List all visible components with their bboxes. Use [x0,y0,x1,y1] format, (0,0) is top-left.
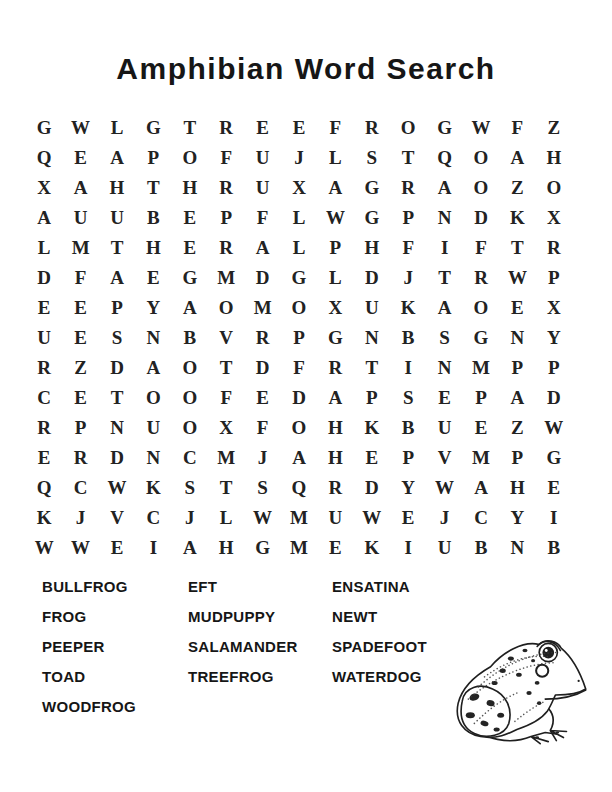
frog-nostril [578,680,580,682]
grid-cell-r4c15[interactable]: X [536,203,572,233]
grid-cell-r5c5[interactable]: E [172,233,208,263]
grid-cell-r13c6[interactable]: T [208,473,244,503]
grid-cell-r1c3[interactable]: L [99,113,135,143]
grid-cell-r15c5[interactable]: A [172,533,208,563]
grid-cell-r5c15[interactable]: R [536,233,572,263]
grid-cell-r5c10[interactable]: H [354,233,390,263]
grid-cell-r13c7[interactable]: S [244,473,280,503]
grid-cell-r13c8[interactable]: Q [281,473,317,503]
grid-cell-r10c11[interactable]: S [390,383,426,413]
grid-cell-r8c3[interactable]: S [99,323,135,353]
grid-cell-r2c2[interactable]: E [62,143,98,173]
grid-cell-r11c13[interactable]: E [463,413,499,443]
grid-cell-r8c6[interactable]: V [208,323,244,353]
grid-cell-r8c12[interactable]: S [426,323,462,353]
grid-cell-r2c8[interactable]: J [281,143,317,173]
grid-cell-r1c2[interactable]: W [62,113,98,143]
grid-cell-r4c13[interactable]: D [463,203,499,233]
grid-cell-r1c4[interactable]: G [135,113,171,143]
grid-cell-r8c11[interactable]: B [390,323,426,353]
grid-cell-r11c1[interactable]: R [26,413,62,443]
grid-cell-r15c12[interactable]: U [426,533,462,563]
grid-cell-r14c8[interactable]: M [281,503,317,533]
grid-cell-r15c8[interactable]: M [281,533,317,563]
grid-cell-r6c7[interactable]: D [244,263,280,293]
grid-cell-r14c1[interactable]: K [26,503,62,533]
grid-cell-r6c4[interactable]: E [135,263,171,293]
grid-cell-r10c5[interactable]: O [172,383,208,413]
grid-cell-r7c12[interactable]: A [426,293,462,323]
worksheet-page: Amphibian Word Search GWLGTREEFROGWFZQEA… [0,0,612,792]
grid-cell-r2c10[interactable]: S [354,143,390,173]
grid-cell-r12c7[interactable]: J [244,443,280,473]
grid-cell-r3c10[interactable]: G [354,173,390,203]
grid-cell-r5c7[interactable]: A [244,233,280,263]
grid-cell-r3c2[interactable]: A [62,173,98,203]
grid-cell-r1c6[interactable]: R [208,113,244,143]
grid-cell-r7c2[interactable]: E [62,293,98,323]
grid-cell-r11c8[interactable]: O [281,413,317,443]
grid-cell-r6c10[interactable]: D [354,263,390,293]
grid-cell-r8c2[interactable]: E [62,323,98,353]
grid-cell-r3c8[interactable]: X [281,173,317,203]
grid-cell-r6c8[interactable]: G [281,263,317,293]
grid-cell-r2c11[interactable]: T [390,143,426,173]
grid-cell-r4c7[interactable]: F [244,203,280,233]
grid-cell-r2c5[interactable]: O [172,143,208,173]
grid-cell-r14c4[interactable]: C [135,503,171,533]
grid-cell-r6c12[interactable]: T [426,263,462,293]
grid-cell-r9c9[interactable]: R [317,353,353,383]
grid-cell-r11c7[interactable]: F [244,413,280,443]
grid-cell-r10c9[interactable]: A [317,383,353,413]
grid-cell-r8c15[interactable]: Y [536,323,572,353]
grid-cell-r10c12[interactable]: E [426,383,462,413]
grid-cell-r11c15[interactable]: W [536,413,572,443]
grid-cell-r12c14[interactable]: P [499,443,535,473]
grid-cell-r1c9[interactable]: F [317,113,353,143]
grid-cell-r8c14[interactable]: N [499,323,535,353]
grid-cell-r13c5[interactable]: S [172,473,208,503]
grid-cell-r3c6[interactable]: R [208,173,244,203]
grid-cell-r10c13[interactable]: P [463,383,499,413]
word-eft: EFT [188,572,332,602]
grid-cell-r2c6[interactable]: F [208,143,244,173]
grid-cell-r12c4[interactable]: N [135,443,171,473]
grid-cell-r13c11[interactable]: Y [390,473,426,503]
grid-cell-r8c9[interactable]: G [317,323,353,353]
grid-cell-r5c11[interactable]: F [390,233,426,263]
grid-cell-r9c5[interactable]: O [172,353,208,383]
grid-cell-r6c1[interactable]: D [26,263,62,293]
grid-cell-r1c10[interactable]: R [354,113,390,143]
grid-cell-r6c3[interactable]: A [99,263,135,293]
grid-cell-r11c12[interactable]: U [426,413,462,443]
word-list-column-2: EFT MUDPUPPY SALAMANDER TREEFROG [188,572,332,722]
grid-cell-r10c7[interactable]: E [244,383,280,413]
grid-cell-r13c2[interactable]: C [62,473,98,503]
grid-cell-r3c3[interactable]: H [99,173,135,203]
grid-cell-r5c14[interactable]: T [499,233,535,263]
grid-cell-r14c6[interactable]: L [208,503,244,533]
grid-cell-r3c12[interactable]: A [426,173,462,203]
grid-cell-r14c10[interactable]: W [354,503,390,533]
grid-cell-r8c10[interactable]: N [354,323,390,353]
grid-cell-r6c9[interactable]: L [317,263,353,293]
grid-cell-r10c14[interactable]: A [499,383,535,413]
grid-cell-r6c14[interactable]: W [499,263,535,293]
grid-cell-r11c2[interactable]: P [62,413,98,443]
grid-cell-r7c10[interactable]: U [354,293,390,323]
grid-cell-r2c7[interactable]: U [244,143,280,173]
grid-cell-r6c5[interactable]: G [172,263,208,293]
grid-cell-r7c11[interactable]: K [390,293,426,323]
grid-cell-r10c4[interactable]: O [135,383,171,413]
grid-cell-r4c6[interactable]: P [208,203,244,233]
grid-cell-r10c1[interactable]: C [26,383,62,413]
grid-cell-r14c7[interactable]: W [244,503,280,533]
grid-cell-r1c5[interactable]: T [172,113,208,143]
grid-cell-r3c5[interactable]: H [172,173,208,203]
grid-cell-r11c9[interactable]: H [317,413,353,443]
grid-cell-r5c12[interactable]: I [426,233,462,263]
grid-cell-r10c8[interactable]: D [281,383,317,413]
grid-cell-r14c2[interactable]: J [62,503,98,533]
grid-cell-r6c15[interactable]: P [536,263,572,293]
frog-tympanum [536,665,548,677]
grid-cell-r9c1[interactable]: R [26,353,62,383]
grid-cell-r4c9[interactable]: W [317,203,353,233]
grid-cell-r9c11[interactable]: I [390,353,426,383]
grid-cell-r10c15[interactable]: D [536,383,572,413]
grid-cell-r13c1[interactable]: Q [26,473,62,503]
grid-cell-r5c8[interactable]: L [281,233,317,263]
grid-cell-r6c2[interactable]: F [62,263,98,293]
grid-cell-r13c3[interactable]: W [99,473,135,503]
grid-cell-r12c5[interactable]: C [172,443,208,473]
grid-cell-r15c1[interactable]: W [26,533,62,563]
grid-cell-r8c7[interactable]: R [244,323,280,353]
word-woodfrog: WOODFROG [42,692,188,722]
grid-cell-r12c9[interactable]: H [317,443,353,473]
grid-cell-r2c14[interactable]: A [499,143,535,173]
grid-cell-r7c4[interactable]: Y [135,293,171,323]
grid-cell-r10c2[interactable]: E [62,383,98,413]
grid-cell-r1c7[interactable]: E [244,113,280,143]
grid-cell-r14c3[interactable]: V [99,503,135,533]
frog-eye-glint [545,649,548,652]
grid-cell-r9c8[interactable]: F [281,353,317,383]
grid-cell-r2c12[interactable]: Q [426,143,462,173]
grid-cell-r15c3[interactable]: E [99,533,135,563]
grid-cell-r5c4[interactable]: H [135,233,171,263]
grid-cell-r8c4[interactable]: N [135,323,171,353]
grid-cell-r10c6[interactable]: F [208,383,244,413]
grid-cell-r7c1[interactable]: E [26,293,62,323]
grid-cell-r3c9[interactable]: A [317,173,353,203]
grid-cell-r12c13[interactable]: M [463,443,499,473]
word-frog: FROG [42,602,188,632]
grid-cell-r15c2[interactable]: W [62,533,98,563]
grid-cell-r15c9[interactable]: E [317,533,353,563]
word-bullfrog: BULLFROG [42,572,188,602]
grid-cell-r2c13[interactable]: O [463,143,499,173]
grid-cell-r9c4[interactable]: A [135,353,171,383]
grid-cell-r13c12[interactable]: W [426,473,462,503]
grid-cell-r12c6[interactable]: M [208,443,244,473]
grid-cell-r2c15[interactable]: H [536,143,572,173]
grid-cell-r6c13[interactable]: R [463,263,499,293]
grid-cell-r6c11[interactable]: J [390,263,426,293]
word-list-column-1: BULLFROG FROG PEEPER TOAD WOODFROG [42,572,188,722]
word-ensatina: ENSATINA [332,572,502,602]
grid-cell-r12c8[interactable]: A [281,443,317,473]
page-title: Amphibian Word Search [0,52,612,86]
grid-cell-r15c15[interactable]: B [536,533,572,563]
grid-cell-r10c3[interactable]: T [99,383,135,413]
grid-cell-r5c1[interactable]: L [26,233,62,263]
grid-cell-r14c5[interactable]: J [172,503,208,533]
grid-cell-r13c9[interactable]: R [317,473,353,503]
grid-cell-r5c3[interactable]: T [99,233,135,263]
grid-cell-r4c4[interactable]: B [135,203,171,233]
grid-cell-r13c15[interactable]: E [536,473,572,503]
word-treefrog: TREEFROG [188,662,332,692]
grid-cell-r7c6[interactable]: O [208,293,244,323]
grid-cell-r4c8[interactable]: L [281,203,317,233]
grid-cell-r3c11[interactable]: R [390,173,426,203]
grid-cell-r8c13[interactable]: G [463,323,499,353]
grid-cell-r4c5[interactable]: E [172,203,208,233]
grid-cell-r10c10[interactable]: P [354,383,390,413]
grid-cell-r11c6[interactable]: X [208,413,244,443]
grid-cell-r2c4[interactable]: P [135,143,171,173]
grid-cell-r1c8[interactable]: E [281,113,317,143]
grid-cell-r7c7[interactable]: M [244,293,280,323]
grid-cell-r4c10[interactable]: G [354,203,390,233]
grid-cell-r12c1[interactable]: E [26,443,62,473]
grid-cell-r9c6[interactable]: T [208,353,244,383]
grid-cell-r4c12[interactable]: N [426,203,462,233]
grid-cell-r9c13[interactable]: M [463,353,499,383]
grid-cell-r9c15[interactable]: P [536,353,572,383]
word-search-grid: GWLGTREEFROGWFZQEAPOFUJLSTQOAHXAHTHRUXAG… [26,113,572,563]
grid-cell-r12c2[interactable]: R [62,443,98,473]
grid-cell-r2c3[interactable]: A [99,143,135,173]
grid-cell-r12c10[interactable]: E [354,443,390,473]
grid-cell-r13c4[interactable]: K [135,473,171,503]
grid-cell-r15c14[interactable]: N [499,533,535,563]
grid-cell-r12c12[interactable]: V [426,443,462,473]
grid-cell-r9c3[interactable]: D [99,353,135,383]
grid-cell-r5c13[interactable]: F [463,233,499,263]
grid-cell-r3c4[interactable]: T [135,173,171,203]
grid-cell-r1c11[interactable]: O [390,113,426,143]
word-salamander: SALAMANDER [188,632,332,662]
grid-cell-r14c9[interactable]: U [317,503,353,533]
grid-cell-r9c2[interactable]: Z [62,353,98,383]
grid-cell-r7c8[interactable]: O [281,293,317,323]
grid-cell-r12c11[interactable]: P [390,443,426,473]
word-peeper: PEEPER [42,632,188,662]
grid-cell-r7c5[interactable]: A [172,293,208,323]
grid-cell-r7c3[interactable]: P [99,293,135,323]
grid-cell-r5c6[interactable]: R [208,233,244,263]
grid-cell-r13c14[interactable]: H [499,473,535,503]
grid-cell-r1c12[interactable]: G [426,113,462,143]
grid-cell-r1c15[interactable]: Z [536,113,572,143]
grid-cell-r6c6[interactable]: M [208,263,244,293]
grid-cell-r9c10[interactable]: T [354,353,390,383]
grid-cell-r1c14[interactable]: F [499,113,535,143]
word-mudpuppy: MUDPUPPY [188,602,332,632]
grid-cell-r2c9[interactable]: L [317,143,353,173]
grid-cell-r8c1[interactable]: U [26,323,62,353]
grid-cell-r8c8[interactable]: P [281,323,317,353]
grid-cell-r4c1[interactable]: A [26,203,62,233]
grid-cell-r14c11[interactable]: E [390,503,426,533]
grid-cell-r4c11[interactable]: P [390,203,426,233]
grid-cell-r11c10[interactable]: K [354,413,390,443]
grid-cell-r3c15[interactable]: O [536,173,572,203]
grid-cell-r7c14[interactable]: E [499,293,535,323]
grid-cell-r14c15[interactable]: I [536,503,572,533]
grid-cell-r11c5[interactable]: O [172,413,208,443]
word-toad: TOAD [42,662,188,692]
grid-cell-r3c1[interactable]: X [26,173,62,203]
grid-cell-r14c13[interactable]: C [463,503,499,533]
grid-cell-r15c13[interactable]: B [463,533,499,563]
grid-cell-r7c15[interactable]: X [536,293,572,323]
grid-cell-r13c13[interactable]: A [463,473,499,503]
grid-cell-r11c4[interactable]: U [135,413,171,443]
grid-cell-r12c15[interactable]: G [536,443,572,473]
grid-cell-r5c9[interactable]: P [317,233,353,263]
grid-cell-r2c1[interactable]: Q [26,143,62,173]
grid-cell-r14c14[interactable]: Y [499,503,535,533]
grid-cell-r4c14[interactable]: K [499,203,535,233]
grid-cell-r7c13[interactable]: O [463,293,499,323]
grid-cell-r12c3[interactable]: D [99,443,135,473]
grid-cell-r14c12[interactable]: J [426,503,462,533]
grid-cell-r1c1[interactable]: G [26,113,62,143]
grid-cell-r9c14[interactable]: P [499,353,535,383]
grid-cell-r3c7[interactable]: U [244,173,280,203]
grid-cell-r13c10[interactable]: D [354,473,390,503]
grid-cell-r4c2[interactable]: U [62,203,98,233]
grid-cell-r15c11[interactable]: I [390,533,426,563]
word-newt: NEWT [332,602,502,632]
grid-cell-r4c3[interactable]: U [99,203,135,233]
grid-cell-r15c6[interactable]: H [208,533,244,563]
grid-cell-r1c13[interactable]: W [463,113,499,143]
grid-cell-r5c2[interactable]: M [62,233,98,263]
grid-cell-r7c9[interactable]: X [317,293,353,323]
grid-cell-r9c7[interactable]: D [244,353,280,383]
grid-cell-r15c4[interactable]: I [135,533,171,563]
grid-cell-r11c14[interactable]: Z [499,413,535,443]
grid-cell-r11c3[interactable]: N [99,413,135,443]
grid-cell-r8c5[interactable]: B [172,323,208,353]
word-list: BULLFROG FROG PEEPER TOAD WOODFROG EFT M… [42,572,502,722]
grid-cell-r3c13[interactable]: O [463,173,499,203]
frog-illustration [444,630,608,750]
grid-cell-r15c7[interactable]: G [244,533,280,563]
grid-cell-r3c14[interactable]: Z [499,173,535,203]
grid-cell-r9c12[interactable]: N [426,353,462,383]
grid-cell-r15c10[interactable]: K [354,533,390,563]
grid-cell-r11c11[interactable]: B [390,413,426,443]
